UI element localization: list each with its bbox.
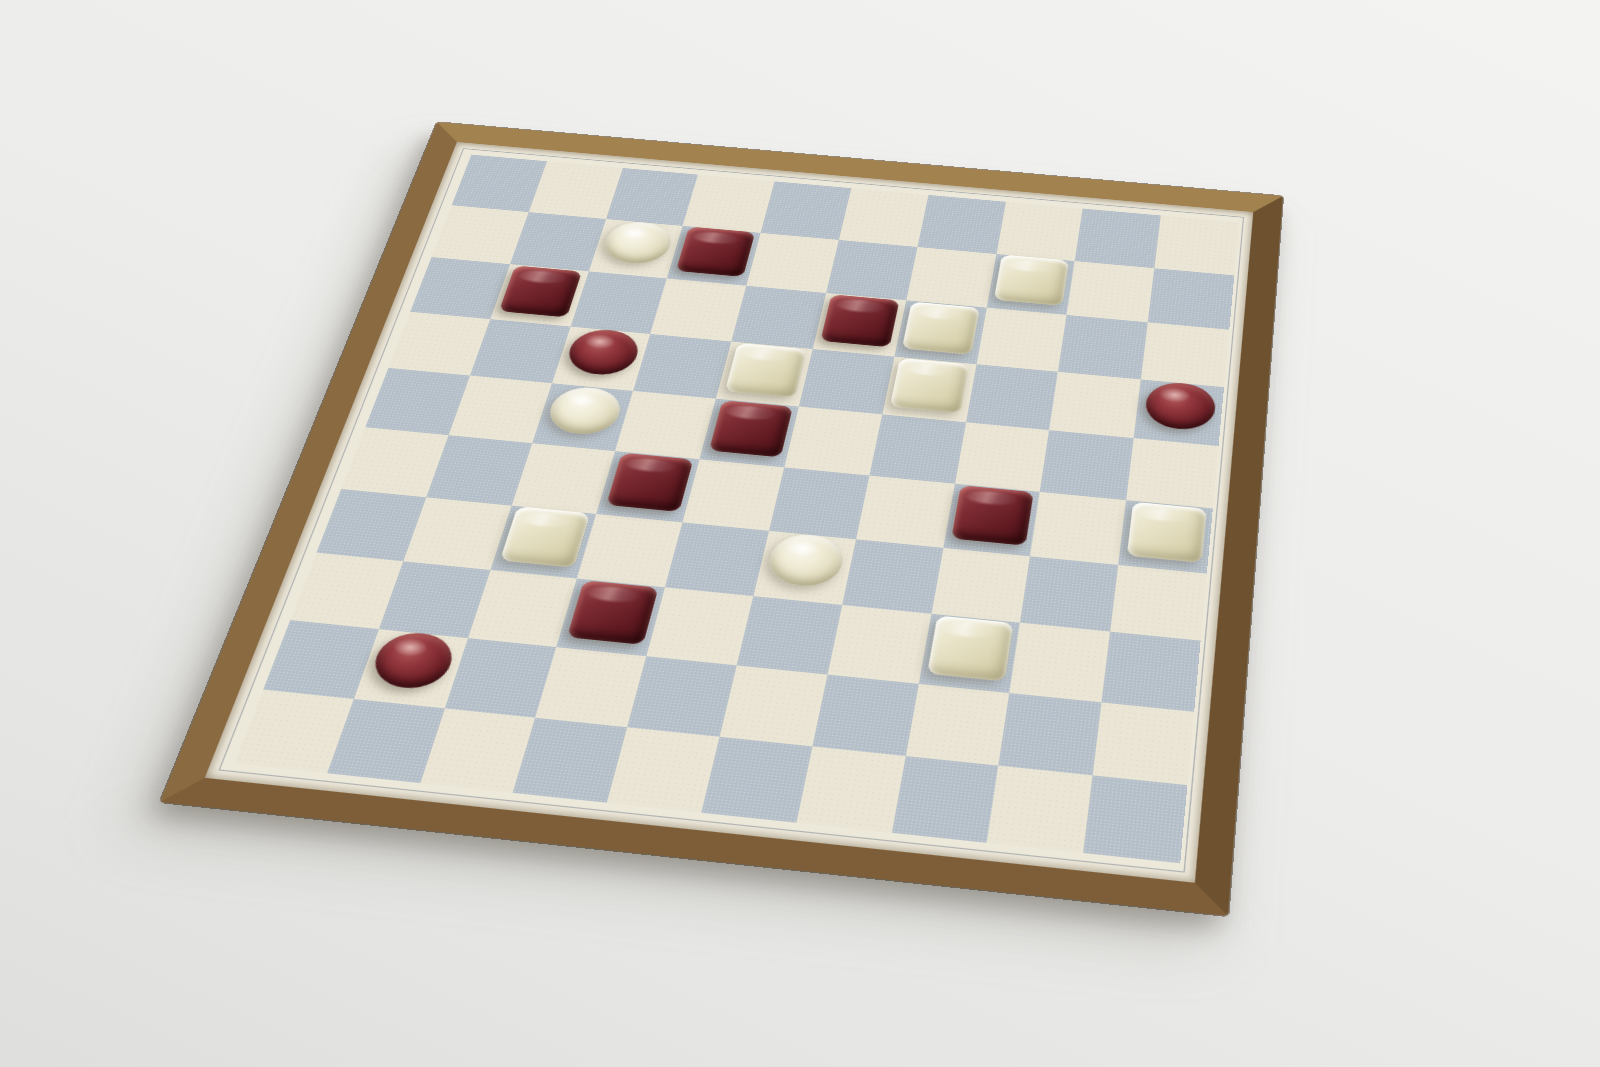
- piece-clear-square-c5-r4[interactable]: [725, 343, 807, 398]
- glass-highlight: [691, 230, 742, 245]
- glass-highlight: [623, 457, 678, 474]
- square-c9-r4[interactable]: [1049, 372, 1141, 439]
- piece-clear-square-c10-r6[interactable]: [1126, 502, 1206, 563]
- square-c9-r5[interactable]: [1040, 431, 1134, 501]
- square-c7-r8[interactable]: [827, 605, 931, 683]
- square-c9-r1[interactable]: [1075, 209, 1161, 268]
- square-c10-r8[interactable]: [1102, 632, 1201, 712]
- square-c8-r7[interactable]: [931, 547, 1031, 622]
- glass-highlight: [585, 585, 643, 604]
- square-c9-r7[interactable]: [1020, 556, 1118, 632]
- square-c7-r2[interactable]: [906, 247, 996, 308]
- square-c10-r10[interactable]: [1083, 776, 1187, 863]
- square-c7-r6[interactable]: [856, 475, 955, 547]
- square-c6-r8[interactable]: [737, 596, 842, 674]
- square-c6-r10[interactable]: [701, 737, 812, 822]
- glass-highlight: [740, 346, 793, 362]
- square-c4-r5[interactable]: [616, 391, 716, 459]
- square-c7-r9[interactable]: [812, 674, 918, 756]
- glass-highlight: [1006, 258, 1056, 273]
- square-c8-r1[interactable]: [996, 202, 1083, 261]
- square-c8-r9[interactable]: [905, 684, 1010, 766]
- piece-clear-square-c8-r8[interactable]: [927, 615, 1013, 681]
- square-c8-r5[interactable]: [955, 423, 1050, 492]
- square-c7-r7[interactable]: [842, 539, 943, 614]
- square-c5-r7[interactable]: [665, 522, 769, 596]
- glass-highlight: [1137, 506, 1191, 524]
- square-c6-r5[interactable]: [784, 407, 882, 476]
- square-c9-r10[interactable]: [987, 766, 1093, 853]
- piece-red-square-c6-r3[interactable]: [821, 294, 900, 347]
- square-c10-r2[interactable]: [1148, 268, 1234, 330]
- square-c6-r1[interactable]: [839, 188, 928, 247]
- glass-highlight: [618, 225, 652, 241]
- glass-highlight: [582, 333, 617, 350]
- square-c5-r9[interactable]: [627, 656, 736, 737]
- square-c8-r10[interactable]: [891, 756, 998, 842]
- square-c6-r2[interactable]: [826, 240, 917, 301]
- square-c4-r4[interactable]: [634, 334, 732, 399]
- square-c7-r5[interactable]: [869, 415, 965, 484]
- glass-highlight: [516, 269, 568, 284]
- square-c10-r3[interactable]: [1141, 323, 1229, 387]
- square-c9-r2[interactable]: [1067, 261, 1155, 323]
- square-c8-r3[interactable]: [976, 308, 1067, 372]
- glass-highlight: [903, 362, 956, 378]
- board-grid: [235, 155, 1240, 864]
- square-c7-r10[interactable]: [796, 747, 905, 833]
- glass-highlight: [564, 391, 600, 409]
- square-c10-r5[interactable]: [1126, 438, 1218, 508]
- piece-clear-square-c7-r3[interactable]: [902, 302, 980, 355]
- glass-highlight: [784, 538, 821, 558]
- draughts-board-frame: [160, 122, 1283, 916]
- square-c5-r3[interactable]: [732, 286, 827, 349]
- piece-clear-square-c7-r4[interactable]: [890, 358, 970, 413]
- piece-red-square-c5-r5[interactable]: [709, 400, 793, 457]
- board-paper: [205, 142, 1254, 883]
- glass-highlight: [519, 511, 576, 529]
- square-c9-r9[interactable]: [999, 693, 1102, 776]
- square-c9-r8[interactable]: [1010, 623, 1110, 702]
- square-c9-r6[interactable]: [1031, 492, 1127, 565]
- square-c10-r9[interactable]: [1093, 702, 1194, 785]
- photo-backdrop: [0, 0, 1600, 1067]
- square-c10-r1[interactable]: [1155, 215, 1240, 275]
- square-c5-r10[interactable]: [607, 728, 719, 813]
- square-c4-r3[interactable]: [651, 279, 747, 342]
- square-c6-r6[interactable]: [769, 467, 869, 539]
- glass-highlight: [724, 404, 778, 421]
- glass-highlight: [391, 637, 431, 658]
- piece-red-square-c4-r2[interactable]: [676, 227, 755, 277]
- square-c6-r4[interactable]: [799, 349, 894, 415]
- glass-highlight: [941, 620, 998, 639]
- piece-red-square-c4-r8[interactable]: [567, 580, 659, 645]
- square-c5-r6[interactable]: [683, 459, 784, 530]
- glass-highlight: [1158, 386, 1191, 404]
- piece-red-square-c4-r6[interactable]: [606, 452, 693, 511]
- square-c7-r1[interactable]: [917, 195, 1005, 254]
- square-c4-r1[interactable]: [683, 175, 775, 233]
- square-c6-r9[interactable]: [719, 665, 827, 747]
- piece-red-square-c8-r6[interactable]: [951, 485, 1033, 545]
- square-c9-r3[interactable]: [1058, 315, 1148, 379]
- square-c5-r2[interactable]: [746, 233, 838, 294]
- glass-highlight: [835, 298, 887, 314]
- square-c8-r4[interactable]: [966, 364, 1059, 431]
- glass-highlight: [964, 489, 1019, 507]
- square-c5-r1[interactable]: [761, 181, 851, 239]
- square-c5-r8[interactable]: [647, 588, 754, 666]
- square-c10-r7[interactable]: [1110, 565, 1207, 641]
- glass-highlight: [915, 305, 966, 321]
- piece-clear-square-c8-r2[interactable]: [994, 255, 1069, 306]
